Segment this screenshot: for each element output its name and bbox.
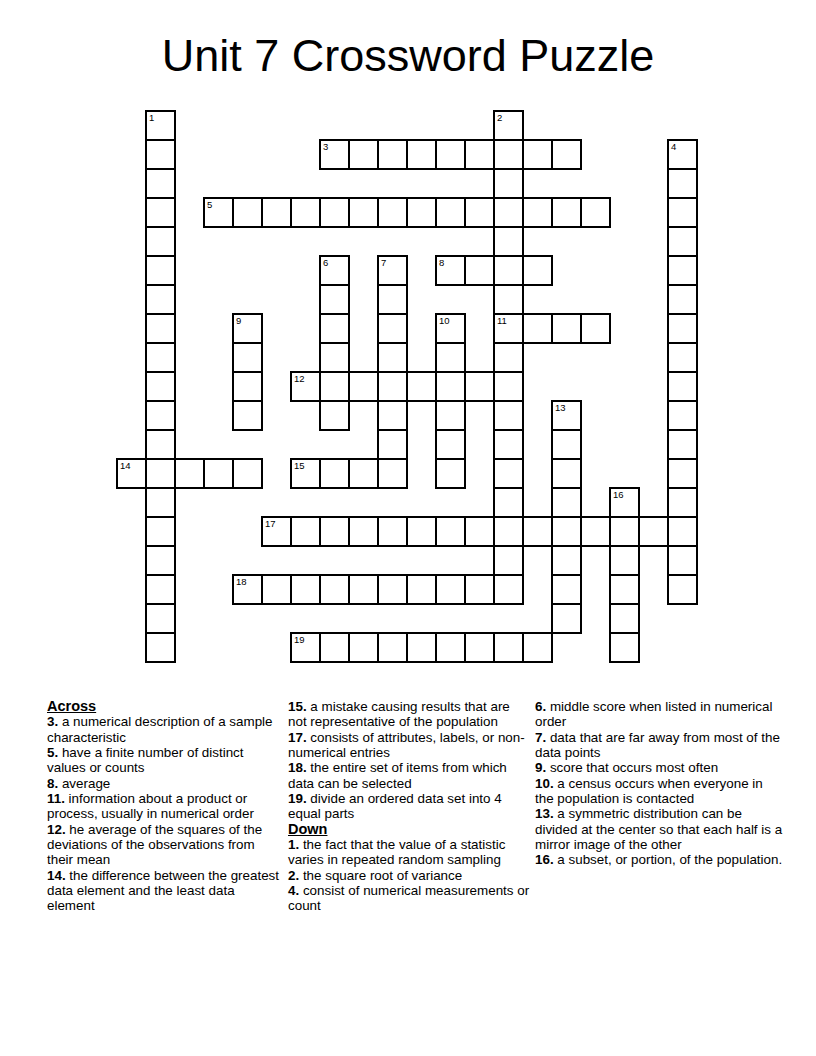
cell-r1c12[interactable] — [464, 139, 495, 170]
cell-r3c10[interactable] — [406, 197, 437, 228]
clue-number-2: 2 — [497, 112, 502, 123]
cell-r3c12[interactable] — [464, 197, 495, 228]
cell-r12c0[interactable]: 14 — [116, 458, 147, 489]
cell-r9c6[interactable]: 12 — [290, 371, 321, 402]
clue-down-6-text: middle score when listed in numerical or… — [535, 699, 772, 729]
cell-r16c11[interactable] — [435, 574, 466, 605]
cell-r12c2[interactable] — [174, 458, 205, 489]
clue-across-3-number: 3. — [47, 714, 62, 729]
cell-r13c15[interactable] — [551, 487, 582, 518]
cell-r13c17[interactable]: 16 — [609, 487, 640, 518]
cell-r15c15[interactable] — [551, 545, 582, 576]
clue-down-4: 4. consist of numerical measurements or … — [288, 883, 532, 914]
cell-r14c18[interactable] — [638, 516, 669, 547]
cell-r18c17[interactable] — [609, 632, 640, 663]
cell-r8c13[interactable] — [493, 342, 524, 373]
cell-r17c15[interactable] — [551, 603, 582, 634]
clue-number-10: 10 — [439, 315, 450, 326]
cell-r11c9[interactable] — [377, 429, 408, 460]
cell-r1c7[interactable]: 3 — [319, 139, 350, 170]
clue-across-5-number: 5. — [47, 745, 62, 760]
cell-r18c7[interactable] — [319, 632, 350, 663]
clue-down-1: 1. the fact that the value of a statisti… — [288, 837, 532, 868]
cell-r8c7[interactable] — [319, 342, 350, 373]
clue-number-14: 14 — [120, 460, 131, 471]
clue-across-19: 19. divide an ordered data set into 4 eq… — [288, 791, 532, 822]
cell-r4c13[interactable] — [493, 226, 524, 257]
cell-r16c6[interactable] — [290, 574, 321, 605]
cell-r5c13[interactable] — [493, 255, 524, 286]
clue-down-1-text: the fact that the value of a statistic v… — [288, 837, 505, 867]
clue-number-19: 19 — [294, 634, 305, 645]
clue-number-15: 15 — [294, 460, 305, 471]
cell-r16c19[interactable] — [667, 574, 698, 605]
clue-across-3-text: a numerical description of a sample char… — [47, 714, 273, 744]
cell-r5c11[interactable]: 8 — [435, 255, 466, 286]
clue-down-16: 16. a subset, or portion, of the populat… — [535, 852, 785, 867]
cell-r15c17[interactable] — [609, 545, 640, 576]
cell-r10c1[interactable] — [145, 400, 176, 431]
cell-r3c6[interactable] — [290, 197, 321, 228]
cell-r3c15[interactable] — [551, 197, 582, 228]
across-header: Across — [47, 699, 283, 714]
cell-r7c15[interactable] — [551, 313, 582, 344]
clue-number-18: 18 — [236, 576, 247, 587]
cell-r3c3[interactable]: 5 — [203, 197, 234, 228]
clue-number-6: 6 — [323, 257, 328, 268]
cell-r5c7[interactable]: 6 — [319, 255, 350, 286]
cell-r1c8[interactable] — [348, 139, 379, 170]
cell-r12c13[interactable] — [493, 458, 524, 489]
clue-across-17-number: 17. — [288, 730, 310, 745]
cell-r2c1[interactable] — [145, 168, 176, 199]
cell-r3c13[interactable] — [493, 197, 524, 228]
crossword-page: Unit 7 Crossword Puzzle 1234567891011121… — [0, 0, 816, 1056]
clue-down-1-number: 1. — [288, 837, 303, 852]
clue-across-19-number: 19. — [288, 791, 310, 806]
clue-down-4-text: consist of numerical measurements or cou… — [288, 883, 529, 913]
cell-r15c13[interactable] — [493, 545, 524, 576]
clue-down-10: 10. a census occurs when everyone in the… — [535, 776, 785, 807]
clue-across-5: 5. have a finite number of distinct valu… — [47, 745, 283, 776]
down-header: Down — [288, 822, 532, 837]
cell-r12c19[interactable] — [667, 458, 698, 489]
cell-r8c19[interactable] — [667, 342, 698, 373]
cell-r1c10[interactable] — [406, 139, 437, 170]
cell-r17c17[interactable] — [609, 603, 640, 634]
cell-r10c9[interactable] — [377, 400, 408, 431]
cell-r14c1[interactable] — [145, 516, 176, 547]
cell-r1c15[interactable] — [551, 139, 582, 170]
clue-across-15-text: a mistake causing results that are not r… — [288, 699, 510, 729]
clue-column-2: 15. a mistake causing results that are n… — [288, 699, 532, 914]
clue-down-4-number: 4. — [288, 883, 303, 898]
cell-r9c7[interactable] — [319, 371, 350, 402]
clue-across-11: 11. information about a product or proce… — [47, 791, 283, 822]
cell-r2c13[interactable] — [493, 168, 524, 199]
clue-down-13-number: 13. — [535, 806, 557, 821]
cell-r16c7[interactable] — [319, 574, 350, 605]
cell-r12c7[interactable] — [319, 458, 350, 489]
cell-r3c16[interactable] — [580, 197, 611, 228]
cell-r1c1[interactable] — [145, 139, 176, 170]
clue-across-15-number: 15. — [288, 699, 310, 714]
cell-r10c11[interactable] — [435, 400, 466, 431]
cell-r15c19[interactable] — [667, 545, 698, 576]
cell-r3c7[interactable] — [319, 197, 350, 228]
clue-down-9-text: score that occurs most often — [550, 760, 718, 775]
clue-down-7-text: data that are far away from most of the … — [535, 730, 780, 760]
clue-across-14-text: the difference between the greatest data… — [47, 868, 279, 914]
cell-r1c14[interactable] — [522, 139, 553, 170]
cell-r11c15[interactable] — [551, 429, 582, 460]
cell-r9c19[interactable] — [667, 371, 698, 402]
cell-r13c13[interactable] — [493, 487, 524, 518]
cell-r6c19[interactable] — [667, 284, 698, 315]
cell-r9c10[interactable] — [406, 371, 437, 402]
crossword-grid: 12345678910111213141516171819 — [116, 110, 698, 663]
cell-r14c10[interactable] — [406, 516, 437, 547]
cell-r7c9[interactable] — [377, 313, 408, 344]
clue-across-12-text: he average of the squares of the deviati… — [47, 822, 262, 868]
cell-r7c4[interactable]: 9 — [232, 313, 263, 344]
cell-r14c15[interactable] — [551, 516, 582, 547]
cell-r16c12[interactable] — [464, 574, 495, 605]
cell-r7c11[interactable]: 10 — [435, 313, 466, 344]
clue-across-15: 15. a mistake causing results that are n… — [288, 699, 532, 730]
clue-number-13: 13 — [555, 402, 566, 413]
cell-r5c19[interactable] — [667, 255, 698, 286]
cell-r14c6[interactable] — [290, 516, 321, 547]
cell-r8c4[interactable] — [232, 342, 263, 373]
clue-across-19-text: divide an ordered data set into 4 equal … — [288, 791, 502, 821]
cell-r8c11[interactable] — [435, 342, 466, 373]
clue-down-7-number: 7. — [535, 730, 550, 745]
cell-r1c11[interactable] — [435, 139, 466, 170]
clue-number-4: 4 — [671, 141, 676, 152]
clue-down-2: 2. the square root of variance — [288, 868, 532, 883]
cell-r18c14[interactable] — [522, 632, 553, 663]
cell-r6c7[interactable] — [319, 284, 350, 315]
cell-r18c13[interactable] — [493, 632, 524, 663]
clue-down-16-number: 16. — [535, 852, 557, 867]
cell-r12c4[interactable] — [232, 458, 263, 489]
clue-number-9: 9 — [236, 315, 241, 326]
clue-across-14: 14. the difference between the greatest … — [47, 868, 283, 914]
cell-r17c1[interactable] — [145, 603, 176, 634]
cell-r16c15[interactable] — [551, 574, 582, 605]
clue-column-1: Across3. a numerical description of a sa… — [47, 699, 283, 914]
clue-down-13: 13. a symmetric distribution can be divi… — [535, 806, 785, 852]
clue-number-16: 16 — [613, 489, 624, 500]
cell-r12c6[interactable]: 15 — [290, 458, 321, 489]
cell-r7c19[interactable] — [667, 313, 698, 344]
clue-number-3: 3 — [323, 141, 328, 152]
cell-r16c4[interactable]: 18 — [232, 574, 263, 605]
cell-r16c9[interactable] — [377, 574, 408, 605]
cell-r14c9[interactable] — [377, 516, 408, 547]
cell-r12c15[interactable] — [551, 458, 582, 489]
cell-r16c10[interactable] — [406, 574, 437, 605]
clue-down-7: 7. data that are far away from most of t… — [535, 730, 785, 761]
cell-r8c9[interactable] — [377, 342, 408, 373]
cell-r14c5[interactable]: 17 — [261, 516, 292, 547]
cell-r18c6[interactable]: 19 — [290, 632, 321, 663]
clue-down-9: 9. score that occurs most often — [535, 760, 785, 775]
clue-down-9-number: 9. — [535, 760, 550, 775]
cell-r5c1[interactable] — [145, 255, 176, 286]
clue-across-18-number: 18. — [288, 760, 310, 775]
cell-r12c3[interactable] — [203, 458, 234, 489]
cell-r4c1[interactable] — [145, 226, 176, 257]
cell-r5c12[interactable] — [464, 255, 495, 286]
clue-number-8: 8 — [439, 257, 444, 268]
cell-r18c8[interactable] — [348, 632, 379, 663]
cell-r10c19[interactable] — [667, 400, 698, 431]
cell-r11c1[interactable] — [145, 429, 176, 460]
cell-r0c13[interactable]: 2 — [493, 110, 524, 141]
clue-across-12: 12. he average of the squares of the dev… — [47, 822, 283, 868]
cell-r5c14[interactable] — [522, 255, 553, 286]
cell-r13c1[interactable] — [145, 487, 176, 518]
cell-r18c11[interactable] — [435, 632, 466, 663]
cell-r11c13[interactable] — [493, 429, 524, 460]
clue-number-1: 1 — [149, 112, 154, 123]
cell-r1c9[interactable] — [377, 139, 408, 170]
clue-column-3: 6. middle score when listed in numerical… — [535, 699, 785, 868]
cell-r10c7[interactable] — [319, 400, 350, 431]
cell-r12c9[interactable] — [377, 458, 408, 489]
cell-r16c1[interactable] — [145, 574, 176, 605]
cell-r9c9[interactable] — [377, 371, 408, 402]
clue-across-3: 3. a numerical description of a sample c… — [47, 714, 283, 745]
cell-r6c9[interactable] — [377, 284, 408, 315]
clue-down-2-text: the square root of variance — [303, 868, 462, 883]
cell-r7c13[interactable]: 11 — [493, 313, 524, 344]
cell-r7c14[interactable] — [522, 313, 553, 344]
cell-r9c12[interactable] — [464, 371, 495, 402]
cell-r3c4[interactable] — [232, 197, 263, 228]
cell-r14c19[interactable] — [667, 516, 698, 547]
cell-r16c13[interactable] — [493, 574, 524, 605]
cell-r11c11[interactable] — [435, 429, 466, 460]
cell-r14c12[interactable] — [464, 516, 495, 547]
clue-down-16-text: a subset, or portion, of the population. — [557, 852, 782, 867]
cell-r1c19[interactable]: 4 — [667, 139, 698, 170]
cell-r1c13[interactable] — [493, 139, 524, 170]
cell-r14c13[interactable] — [493, 516, 524, 547]
clue-across-11-number: 11. — [47, 791, 69, 806]
clue-across-11-text: information about a product or process, … — [47, 791, 254, 821]
cell-r7c7[interactable] — [319, 313, 350, 344]
clue-across-8-number: 8. — [47, 776, 62, 791]
cell-r0c1[interactable]: 1 — [145, 110, 176, 141]
cell-r7c16[interactable] — [580, 313, 611, 344]
cell-r10c4[interactable] — [232, 400, 263, 431]
cell-r12c8[interactable] — [348, 458, 379, 489]
cell-r3c9[interactable] — [377, 197, 408, 228]
cell-r16c8[interactable] — [348, 574, 379, 605]
clue-down-6: 6. middle score when listed in numerical… — [535, 699, 785, 730]
clue-down-10-number: 10. — [535, 776, 557, 791]
clue-down-10-text: a census occurs when everyone in the pop… — [535, 776, 763, 806]
cell-r10c15[interactable]: 13 — [551, 400, 582, 431]
cell-r3c1[interactable] — [145, 197, 176, 228]
clue-across-17-text: consists of attributes, labels, or non-n… — [288, 730, 525, 760]
page-title: Unit 7 Crossword Puzzle — [0, 30, 816, 82]
cell-r9c11[interactable] — [435, 371, 466, 402]
cell-r12c11[interactable] — [435, 458, 466, 489]
cell-r15c1[interactable] — [145, 545, 176, 576]
cell-r3c5[interactable] — [261, 197, 292, 228]
clue-down-6-number: 6. — [535, 699, 550, 714]
clue-down-13-text: a symmetric distribution can be divided … — [535, 806, 782, 852]
cell-r14c16[interactable] — [580, 516, 611, 547]
cell-r16c5[interactable] — [261, 574, 292, 605]
cell-r18c10[interactable] — [406, 632, 437, 663]
clue-number-7: 7 — [381, 257, 386, 268]
cell-r14c11[interactable] — [435, 516, 466, 547]
cell-r14c17[interactable] — [609, 516, 640, 547]
cell-r3c11[interactable] — [435, 197, 466, 228]
clue-across-17: 17. consists of attributes, labels, or n… — [288, 730, 532, 761]
clue-across-18: 18. the entire set of items from which d… — [288, 760, 532, 791]
clue-across-14-number: 14. — [47, 868, 69, 883]
clue-across-12-number: 12. — [47, 822, 69, 837]
cell-r18c12[interactable] — [464, 632, 495, 663]
clue-number-17: 17 — [265, 518, 276, 529]
cell-r9c8[interactable] — [348, 371, 379, 402]
cell-r14c7[interactable] — [319, 516, 350, 547]
cell-r6c1[interactable] — [145, 284, 176, 315]
cell-r10c13[interactable] — [493, 400, 524, 431]
cell-r18c1[interactable] — [145, 632, 176, 663]
cell-r14c14[interactable] — [522, 516, 553, 547]
clue-number-11: 11 — [497, 315, 507, 326]
cell-r16c17[interactable] — [609, 574, 640, 605]
clue-across-5-text: have a finite number of distinct values … — [47, 745, 244, 775]
clue-number-12: 12 — [294, 373, 305, 384]
cell-r12c1[interactable] — [145, 458, 176, 489]
cell-r3c19[interactable] — [667, 197, 698, 228]
cell-r11c19[interactable] — [667, 429, 698, 460]
cell-r6c13[interactable] — [493, 284, 524, 315]
cell-r9c4[interactable] — [232, 371, 263, 402]
clue-across-8-text: average — [62, 776, 110, 791]
cell-r9c1[interactable] — [145, 371, 176, 402]
cell-r7c1[interactable] — [145, 313, 176, 344]
cell-r3c8[interactable] — [348, 197, 379, 228]
clue-across-18-text: the entire set of items from which data … — [288, 760, 507, 790]
clue-across-8: 8. average — [47, 776, 283, 791]
cell-r5c9[interactable]: 7 — [377, 255, 408, 286]
cell-r13c19[interactable] — [667, 487, 698, 518]
cell-r14c8[interactable] — [348, 516, 379, 547]
clue-number-5: 5 — [207, 199, 212, 210]
cell-r8c1[interactable] — [145, 342, 176, 373]
clue-down-2-number: 2. — [288, 868, 303, 883]
cell-r2c19[interactable] — [667, 168, 698, 199]
cell-r9c13[interactable] — [493, 371, 524, 402]
cell-r18c9[interactable] — [377, 632, 408, 663]
cell-r4c19[interactable] — [667, 226, 698, 257]
cell-r3c14[interactable] — [522, 197, 553, 228]
